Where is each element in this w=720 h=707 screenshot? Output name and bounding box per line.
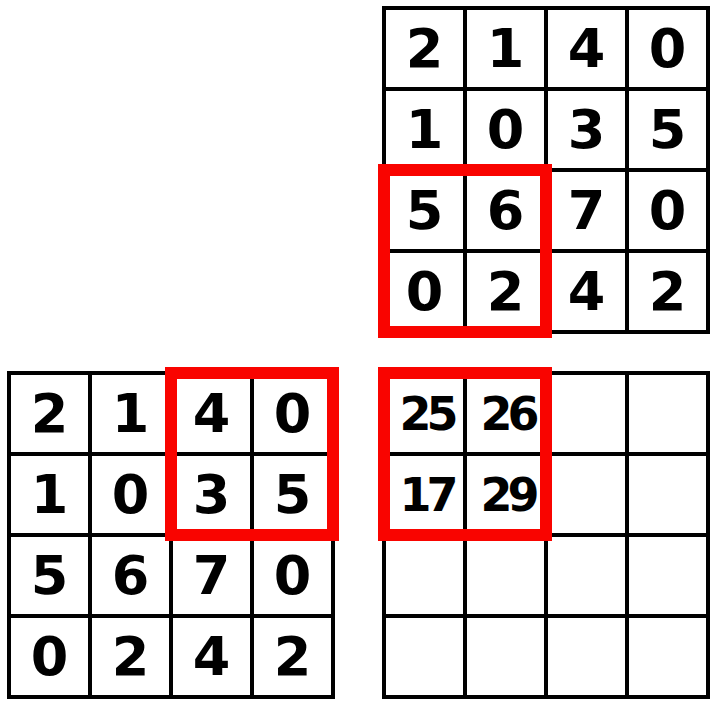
grid-cell-r4c2: [465, 616, 546, 697]
grid-cell-r1c4: [627, 373, 708, 454]
sliding-window-diagram: 2140103556700242 2140103556700242 252617…: [0, 0, 720, 707]
grid-cell-r2c2: 0: [465, 89, 546, 170]
grid-cell-r4c4: 2: [252, 616, 333, 697]
grid-cell-r1c1: 25: [384, 373, 465, 454]
grid-cell-r3c4: [627, 535, 708, 616]
grid-cell-r4c2: 2: [90, 616, 171, 697]
grid-bottom-left: 2140103556700242: [7, 371, 335, 699]
grid-cell-r4c4: [627, 616, 708, 697]
grid-cell-r3c1: 5: [9, 535, 90, 616]
grid-cell-r2c1: 17: [384, 454, 465, 535]
grid-cell-r1c4: 0: [627, 8, 708, 89]
grid-cell-r1c3: 4: [546, 8, 627, 89]
grid-cell-r4c1: 0: [9, 616, 90, 697]
grid-cell-r3c2: 6: [90, 535, 171, 616]
grid-cell-r2c4: 5: [627, 89, 708, 170]
grid-cell-r3c1: [384, 535, 465, 616]
grid-cell-r3c4: 0: [252, 535, 333, 616]
grid-cell-r2c2: 0: [90, 454, 171, 535]
grid-cell-r4c3: [546, 616, 627, 697]
grid-cell-r4c1: 0: [384, 251, 465, 332]
grid-cell-r1c2: 1: [465, 8, 546, 89]
grid-cell-r3c2: 6: [465, 170, 546, 251]
grid-cell-r2c3: [546, 454, 627, 535]
grid-cell-r3c2: [465, 535, 546, 616]
grid-cell-r1c3: 4: [171, 373, 252, 454]
grid-cell-r1c3: [546, 373, 627, 454]
grid-cell-r3c3: [546, 535, 627, 616]
grid-cell-r4c3: 4: [546, 251, 627, 332]
grid-cell-r1c2: 26: [465, 373, 546, 454]
grid-cell-r3c3: 7: [546, 170, 627, 251]
grid-cell-r4c4: 2: [627, 251, 708, 332]
grid-top-right: 2140103556700242: [382, 6, 710, 334]
grid-cell-r1c1: 2: [384, 8, 465, 89]
grid-cell-r2c1: 1: [9, 454, 90, 535]
grid-cell-r4c3: 4: [171, 616, 252, 697]
grid-cell-r2c3: 3: [171, 454, 252, 535]
grid-cell-r1c4: 0: [252, 373, 333, 454]
grid-cell-r2c4: [627, 454, 708, 535]
grid-cell-r3c4: 0: [627, 170, 708, 251]
grid-cell-r1c1: 2: [9, 373, 90, 454]
grid-cell-r2c2: 29: [465, 454, 546, 535]
grid-cell-r3c1: 5: [384, 170, 465, 251]
grid-cell-r2c1: 1: [384, 89, 465, 170]
grid-cell-r4c1: [384, 616, 465, 697]
grid-cell-r1c2: 1: [90, 373, 171, 454]
grid-cell-r2c3: 3: [546, 89, 627, 170]
grid-cell-r3c3: 7: [171, 535, 252, 616]
grid-bottom-right: 25261729: [382, 371, 710, 699]
grid-cell-r2c4: 5: [252, 454, 333, 535]
grid-cell-r4c2: 2: [465, 251, 546, 332]
